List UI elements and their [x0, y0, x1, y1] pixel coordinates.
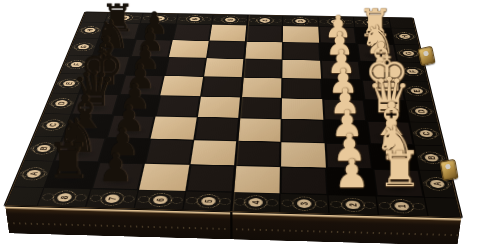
coordinate-medallion: 7 — [98, 191, 125, 205]
coordinate-label: A — [430, 180, 446, 188]
coordinate-medallion: 1 — [389, 199, 415, 214]
coordinate-label: H — [84, 28, 96, 33]
bottom-coordinate-3: 3 — [281, 194, 329, 213]
coordinate-medallion: 5 — [195, 194, 220, 209]
coordinate-medallion: C — [414, 128, 438, 140]
square-d4[interactable] — [240, 97, 282, 119]
square-f5[interactable] — [204, 58, 244, 77]
coordinate-medallion: A — [20, 167, 47, 180]
square-h4[interactable] — [246, 25, 282, 42]
square-h6[interactable] — [173, 24, 211, 40]
bottom-coordinate-2: 2 — [329, 195, 378, 215]
coordinate-label: G — [77, 44, 90, 49]
coordinate-medallion: 6 — [185, 15, 204, 23]
square-c5[interactable] — [194, 118, 239, 141]
square-f4[interactable] — [243, 59, 282, 78]
bottom-coordinate-8: 8 — [38, 188, 90, 207]
coordinate-label: 7 — [104, 194, 120, 203]
square-a4[interactable] — [233, 166, 280, 193]
square-c4[interactable] — [238, 119, 281, 142]
coordinate-label: D — [415, 108, 429, 115]
coordinate-label: 3 — [296, 19, 307, 24]
bottom-coordinate-1: 1 — [377, 196, 428, 216]
bottom-coordinate-4: 4 — [232, 193, 280, 212]
square-a8[interactable]: ♜ — [45, 162, 98, 189]
coordinate-medallion: 8 — [50, 190, 78, 204]
square-b6[interactable] — [145, 139, 193, 164]
chess-board: 87654321H♜♟♟♜HG♞♟♟♞GF♝♟♟♝FE♚♟♟♚ED♛♟♟♛DC♝… — [5, 12, 462, 218]
piece-white-rook-a1[interactable]: ♜ — [377, 145, 424, 194]
top-coordinate-3: 3 — [283, 16, 318, 26]
piece-white-pawn-a2[interactable]: ♟ — [329, 153, 375, 193]
square-f6[interactable] — [165, 57, 206, 76]
bottom-coordinate-5: 5 — [183, 192, 232, 211]
coordinate-medallion: 4 — [256, 17, 274, 25]
square-b4[interactable] — [236, 141, 281, 166]
square-d6[interactable] — [155, 95, 199, 117]
coordinate-label: 2 — [331, 19, 342, 24]
top-coordinate-4: 4 — [248, 15, 283, 25]
frame-corner — [425, 198, 460, 217]
square-b3[interactable] — [281, 142, 326, 167]
piece-black-rook-a8[interactable]: ♜ — [45, 137, 91, 185]
coordinate-label: 4 — [249, 198, 264, 207]
square-g3[interactable] — [283, 42, 320, 60]
coordinate-medallion: 3 — [293, 196, 317, 211]
square-g6[interactable] — [169, 40, 209, 58]
coordinate-label: 2 — [346, 200, 361, 209]
coordinate-label: B — [424, 154, 439, 162]
coordinate-medallion: 3 — [292, 17, 310, 25]
coordinate-label: H — [399, 34, 411, 39]
square-b5[interactable] — [190, 140, 237, 165]
square-a2[interactable]: ♟ — [327, 168, 375, 195]
top-coordinate-5: 5 — [212, 15, 248, 25]
square-f3[interactable] — [283, 60, 322, 79]
coordinate-medallion: 5 — [221, 16, 239, 24]
square-e5[interactable] — [201, 77, 242, 97]
chess-set-photo: 87654321H♜♟♟♜HG♞♟♟♞GF♝♟♟♝FE♚♟♟♚ED♛♟♟♛DC♝… — [0, 0, 480, 244]
coordinate-label: 5 — [200, 197, 215, 206]
coordinate-label: 1 — [367, 20, 378, 25]
square-h3[interactable] — [283, 26, 319, 43]
perspective-scene: 87654321H♜♟♟♜HG♞♟♟♞GF♝♟♟♝FE♚♟♟♚ED♛♟♟♛DC♝… — [0, 0, 480, 244]
square-d3[interactable] — [282, 98, 323, 120]
coordinate-label: 3 — [297, 199, 311, 208]
square-e3[interactable] — [282, 78, 322, 98]
coordinate-medallion: 6 — [147, 193, 173, 208]
coordinate-label: 4 — [260, 18, 271, 23]
coordinate-label: A — [25, 170, 41, 178]
square-c3[interactable] — [282, 119, 325, 142]
square-a1[interactable]: ♜ — [373, 169, 423, 197]
top-coordinate-6: 6 — [176, 14, 212, 24]
square-h5[interactable] — [209, 25, 246, 41]
coordinate-label: 1 — [394, 202, 410, 211]
piece-black-pawn-a7[interactable]: ♟ — [92, 148, 138, 187]
square-c6[interactable] — [150, 117, 196, 140]
coordinate-label: 5 — [224, 17, 235, 22]
square-a3[interactable] — [281, 167, 328, 194]
coordinate-medallion: 2 — [341, 198, 366, 213]
square-g5[interactable] — [207, 41, 246, 59]
bottom-coordinate-6: 6 — [135, 190, 185, 209]
box-face-seam — [230, 211, 233, 240]
coordinate-label: C — [419, 130, 433, 137]
square-a7[interactable]: ♟ — [92, 163, 144, 190]
bottom-coordinate-7: 7 — [86, 189, 137, 208]
square-e6[interactable] — [160, 76, 203, 96]
brass-clasp-lower — [439, 159, 458, 181]
coordinate-medallion: 4 — [244, 195, 268, 210]
coordinate-label: 8 — [56, 193, 73, 202]
square-a6[interactable] — [139, 164, 189, 191]
coordinate-label: 6 — [189, 17, 200, 22]
square-a5[interactable] — [186, 165, 235, 192]
square-e4[interactable] — [242, 77, 282, 97]
coordinate-label: E — [410, 88, 423, 94]
coordinate-label: 6 — [152, 196, 168, 205]
square-d5[interactable] — [197, 96, 240, 118]
square-g4[interactable] — [245, 42, 283, 60]
